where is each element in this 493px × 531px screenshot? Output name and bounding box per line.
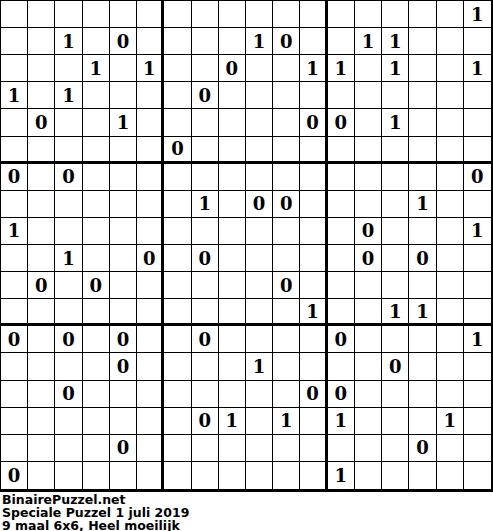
cell-r1c6-empty[interactable] (137, 1, 164, 28)
cell-r16c6-empty[interactable] (137, 408, 164, 435)
cell-r3c7-empty[interactable] (164, 55, 191, 82)
cell-r2c6-empty[interactable] (137, 28, 164, 55)
cell-r9c14-given-0: 0 (355, 218, 382, 245)
cell-r8c10-given-0: 0 (246, 191, 273, 218)
cell-r5c6-empty[interactable] (137, 109, 164, 136)
cell-r14c8-empty[interactable] (192, 353, 219, 380)
cell-r2c4-empty[interactable] (83, 28, 110, 55)
cell-r13c12-empty[interactable] (300, 326, 327, 353)
cell-r5c9-empty[interactable] (219, 109, 246, 136)
cell-r17c2-empty[interactable] (28, 435, 55, 462)
cell-r12c18-empty[interactable] (464, 299, 491, 326)
cell-r3c11-empty[interactable] (273, 55, 300, 82)
cell-r13c6-empty[interactable] (137, 326, 164, 353)
cell-r8c7-empty[interactable] (164, 191, 191, 218)
cell-r4c11-empty[interactable] (273, 82, 300, 109)
cell-r1c3-empty[interactable] (55, 1, 82, 28)
cell-r8c1-empty[interactable] (1, 191, 28, 218)
cell-r5c8-empty[interactable] (192, 109, 219, 136)
cell-r16c13-given-1: 1 (328, 408, 355, 435)
cell-r8c12-empty[interactable] (300, 191, 327, 218)
cell-r7c9-empty[interactable] (219, 164, 246, 191)
cell-r12c3-empty[interactable] (55, 299, 82, 326)
cell-r18c17-empty[interactable] (437, 462, 464, 489)
cell-r1c18-given-1: 1 (464, 1, 491, 28)
cell-r18c16-empty[interactable] (409, 462, 436, 489)
cell-r15c11-empty[interactable] (273, 381, 300, 408)
cell-r8c5-empty[interactable] (110, 191, 137, 218)
cell-r13c7-empty[interactable] (164, 326, 191, 353)
cell-r17c9-empty[interactable] (219, 435, 246, 462)
cell-r4c1-given-1: 1 (1, 82, 28, 109)
cell-r11c1-empty[interactable] (1, 272, 28, 299)
cell-r9c12-empty[interactable] (300, 218, 327, 245)
cell-r6c4-empty[interactable] (83, 137, 110, 164)
cell-r1c7-empty[interactable] (164, 1, 191, 28)
cell-r15c18-empty[interactable] (464, 381, 491, 408)
cell-r11c13-empty[interactable] (328, 272, 355, 299)
cell-r7c15-empty[interactable] (382, 164, 409, 191)
cell-r18c12-empty[interactable] (300, 462, 327, 489)
cell-r17c18-empty[interactable] (464, 435, 491, 462)
cell-r11c7-empty[interactable] (164, 272, 191, 299)
cell-r15c13-given-0: 0 (328, 381, 355, 408)
cell-r10c2-empty[interactable] (28, 245, 55, 272)
cell-r14c15-given-0: 0 (382, 353, 409, 380)
cell-r15c2-empty[interactable] (28, 381, 55, 408)
cell-r7c11-empty[interactable] (273, 164, 300, 191)
cell-r14c1-empty[interactable] (1, 353, 28, 380)
cell-r11c14-empty[interactable] (355, 272, 382, 299)
cell-r10c9-empty[interactable] (219, 245, 246, 272)
cell-r7c4-empty[interactable] (83, 164, 110, 191)
cell-r1c8-empty[interactable] (192, 1, 219, 28)
cell-r11c6-empty[interactable] (137, 272, 164, 299)
cell-r8c9-empty[interactable] (219, 191, 246, 218)
cell-r10c13-empty[interactable] (328, 245, 355, 272)
cell-r7c5-empty[interactable] (110, 164, 137, 191)
cell-r16c10-empty[interactable] (246, 408, 273, 435)
cell-r17c14-empty[interactable] (355, 435, 382, 462)
cell-r14c17-empty[interactable] (437, 353, 464, 380)
cell-r3c14-empty[interactable] (355, 55, 382, 82)
cell-r18c11-empty[interactable] (273, 462, 300, 489)
cell-r2c8-empty[interactable] (192, 28, 219, 55)
cell-r7c6-empty[interactable] (137, 164, 164, 191)
cell-r7c3-given-0: 0 (55, 164, 82, 191)
cell-r12c17-empty[interactable] (437, 299, 464, 326)
cell-r6c7-given-0: 0 (164, 137, 191, 164)
cell-r11c9-empty[interactable] (219, 272, 246, 299)
cell-r8c14-empty[interactable] (355, 191, 382, 218)
cell-r3c3-empty[interactable] (55, 55, 82, 82)
cell-r1c14-empty[interactable] (355, 1, 382, 28)
cell-r18c5-empty[interactable] (110, 462, 137, 489)
cell-r15c16-empty[interactable] (409, 381, 436, 408)
cell-r4c2-empty[interactable] (28, 82, 55, 109)
cell-r4c10-empty[interactable] (246, 82, 273, 109)
cell-r12c8-empty[interactable] (192, 299, 219, 326)
cell-r16c1-empty[interactable] (1, 408, 28, 435)
cell-r1c2-empty[interactable] (28, 1, 55, 28)
cell-r13c4-empty[interactable] (83, 326, 110, 353)
cell-r17c13-empty[interactable] (328, 435, 355, 462)
cell-r7c17-empty[interactable] (437, 164, 464, 191)
cell-r7c7-empty[interactable] (164, 164, 191, 191)
cell-r9c10-empty[interactable] (246, 218, 273, 245)
cell-r6c15-empty[interactable] (382, 137, 409, 164)
cell-r18c14-empty[interactable] (355, 462, 382, 489)
cell-r2c12-empty[interactable] (300, 28, 327, 55)
cell-r7c1-given-0: 0 (1, 164, 28, 191)
cell-r6c12-empty[interactable] (300, 137, 327, 164)
cell-r6c14-empty[interactable] (355, 137, 382, 164)
cell-r9c17-empty[interactable] (437, 218, 464, 245)
cell-r10c4-empty[interactable] (83, 245, 110, 272)
cell-r15c5-empty[interactable] (110, 381, 137, 408)
cell-r4c7-empty[interactable] (164, 82, 191, 109)
cell-r7c10-empty[interactable] (246, 164, 273, 191)
cell-r14c18-empty[interactable] (464, 353, 491, 380)
cell-r6c8-empty[interactable] (192, 137, 219, 164)
cell-r16c7-empty[interactable] (164, 408, 191, 435)
cell-r6c9-empty[interactable] (219, 137, 246, 164)
cell-r16c3-empty[interactable] (55, 408, 82, 435)
cell-r4c5-empty[interactable] (110, 82, 137, 109)
cell-r18c15-empty[interactable] (382, 462, 409, 489)
cell-r1c16-empty[interactable] (409, 1, 436, 28)
cell-r6c3-empty[interactable] (55, 137, 82, 164)
cell-r8c18-empty[interactable] (464, 191, 491, 218)
cell-r4c14-empty[interactable] (355, 82, 382, 109)
cell-r14c3-empty[interactable] (55, 353, 82, 380)
cell-r7c8-empty[interactable] (192, 164, 219, 191)
cell-r14c13-empty[interactable] (328, 353, 355, 380)
cell-r7c13-empty[interactable] (328, 164, 355, 191)
cell-r15c7-empty[interactable] (164, 381, 191, 408)
cell-r13c11-empty[interactable] (273, 326, 300, 353)
cell-r1c11-empty[interactable] (273, 1, 300, 28)
cell-r16c12-empty[interactable] (300, 408, 327, 435)
cell-r4c15-empty[interactable] (382, 82, 409, 109)
cell-r6c11-empty[interactable] (273, 137, 300, 164)
cell-r13c17-empty[interactable] (437, 326, 464, 353)
cell-r18c10-empty[interactable] (246, 462, 273, 489)
cell-r5c1-empty[interactable] (1, 109, 28, 136)
puzzle-difficulty: 9 maal 6x6, Heel moeilijk (2, 519, 493, 531)
cell-r17c3-empty[interactable] (55, 435, 82, 462)
cell-r14c16-empty[interactable] (409, 353, 436, 380)
cell-r5c16-empty[interactable] (409, 109, 436, 136)
cell-r11c3-empty[interactable] (55, 272, 82, 299)
cell-r1c17-empty[interactable] (437, 1, 464, 28)
cell-r17c16-given-0: 0 (409, 435, 436, 462)
cell-r1c9-empty[interactable] (219, 1, 246, 28)
cell-r3c13-given-1: 1 (328, 55, 355, 82)
cell-r4c18-empty[interactable] (464, 82, 491, 109)
cell-r3c9-given-0: 0 (219, 55, 246, 82)
cell-r6c10-empty[interactable] (246, 137, 273, 164)
cell-r15c12-given-0: 0 (300, 381, 327, 408)
cell-r2c16-empty[interactable] (409, 28, 436, 55)
cell-r2c1-empty[interactable] (1, 28, 28, 55)
cell-r5c15-given-1: 1 (382, 109, 409, 136)
cell-r15c8-empty[interactable] (192, 381, 219, 408)
cell-r11c2-given-0: 0 (28, 272, 55, 299)
cell-r17c12-empty[interactable] (300, 435, 327, 462)
cell-r9c4-empty[interactable] (83, 218, 110, 245)
cell-r11c12-empty[interactable] (300, 272, 327, 299)
cell-r10c7-empty[interactable] (164, 245, 191, 272)
cell-r17c10-empty[interactable] (246, 435, 273, 462)
cell-r17c17-empty[interactable] (437, 435, 464, 462)
cell-r3c1-empty[interactable] (1, 55, 28, 82)
cell-r13c15-empty[interactable] (382, 326, 409, 353)
cell-r13c14-empty[interactable] (355, 326, 382, 353)
cell-r8c3-empty[interactable] (55, 191, 82, 218)
cell-r16c16-empty[interactable] (409, 408, 436, 435)
cell-r15c4-empty[interactable] (83, 381, 110, 408)
cell-r16c18-empty[interactable] (464, 408, 491, 435)
cell-r6c1-empty[interactable] (1, 137, 28, 164)
puzzle-grid: 1101011110111111001001000010011011000000… (0, 0, 493, 492)
cell-r9c11-empty[interactable] (273, 218, 300, 245)
cell-r13c2-empty[interactable] (28, 326, 55, 353)
cell-r9c13-empty[interactable] (328, 218, 355, 245)
cell-r18c4-empty[interactable] (83, 462, 110, 489)
cell-r11c10-empty[interactable] (246, 272, 273, 299)
cell-r16c5-empty[interactable] (110, 408, 137, 435)
cell-r15c15-empty[interactable] (382, 381, 409, 408)
cell-r6c6-empty[interactable] (137, 137, 164, 164)
cell-r4c9-empty[interactable] (219, 82, 246, 109)
cell-r12c10-empty[interactable] (246, 299, 273, 326)
cell-r12c5-empty[interactable] (110, 299, 137, 326)
cell-r13c3-given-0: 0 (55, 326, 82, 353)
cell-r12c1-empty[interactable] (1, 299, 28, 326)
cell-r3c5-empty[interactable] (110, 55, 137, 82)
cell-r6c5-empty[interactable] (110, 137, 137, 164)
cell-r3c16-empty[interactable] (409, 55, 436, 82)
cell-r6c18-empty[interactable] (464, 137, 491, 164)
cell-r9c6-empty[interactable] (137, 218, 164, 245)
cell-r12c6-empty[interactable] (137, 299, 164, 326)
cell-r14c7-empty[interactable] (164, 353, 191, 380)
cell-r15c6-empty[interactable] (137, 381, 164, 408)
cell-r2c9-empty[interactable] (219, 28, 246, 55)
cell-r11c16-empty[interactable] (409, 272, 436, 299)
cell-r2c17-empty[interactable] (437, 28, 464, 55)
cell-r12c11-empty[interactable] (273, 299, 300, 326)
cell-r14c14-empty[interactable] (355, 353, 382, 380)
cell-r4c17-empty[interactable] (437, 82, 464, 109)
cell-r3c2-empty[interactable] (28, 55, 55, 82)
cell-r11c18-empty[interactable] (464, 272, 491, 299)
cell-r1c13-empty[interactable] (328, 1, 355, 28)
cell-r13c16-empty[interactable] (409, 326, 436, 353)
cell-r18c18-empty[interactable] (464, 462, 491, 489)
cell-r9c15-empty[interactable] (382, 218, 409, 245)
cell-r13c18-given-1: 1 (464, 326, 491, 353)
cell-r8c16-given-1: 1 (409, 191, 436, 218)
cell-r17c5-given-0: 0 (110, 435, 137, 462)
cell-r2c2-empty[interactable] (28, 28, 55, 55)
cell-r13c10-empty[interactable] (246, 326, 273, 353)
cell-r6c13-empty[interactable] (328, 137, 355, 164)
cell-r14c9-empty[interactable] (219, 353, 246, 380)
cell-r12c4-empty[interactable] (83, 299, 110, 326)
cell-r5c5-given-1: 1 (110, 109, 137, 136)
cell-r5c3-empty[interactable] (55, 109, 82, 136)
cell-r9c3-empty[interactable] (55, 218, 82, 245)
cell-r15c10-empty[interactable] (246, 381, 273, 408)
cell-r9c8-empty[interactable] (192, 218, 219, 245)
cell-r15c9-empty[interactable] (219, 381, 246, 408)
cell-r12c16-given-1: 1 (409, 299, 436, 326)
cell-r15c1-empty[interactable] (1, 381, 28, 408)
cell-r7c16-empty[interactable] (409, 164, 436, 191)
cell-r17c8-empty[interactable] (192, 435, 219, 462)
cell-r15c17-empty[interactable] (437, 381, 464, 408)
cell-r1c4-empty[interactable] (83, 1, 110, 28)
cell-r12c14-empty[interactable] (355, 299, 382, 326)
cell-r6c17-empty[interactable] (437, 137, 464, 164)
cell-r16c15-empty[interactable] (382, 408, 409, 435)
cell-r5c10-empty[interactable] (246, 109, 273, 136)
cell-r12c9-empty[interactable] (219, 299, 246, 326)
cell-r7c18-given-0: 0 (464, 164, 491, 191)
cell-r1c5-empty[interactable] (110, 1, 137, 28)
cell-r16c9-given-1: 1 (219, 408, 246, 435)
cell-r16c17-given-1: 1 (437, 408, 464, 435)
cell-r10c3-given-1: 1 (55, 245, 82, 272)
cell-r1c10-empty[interactable] (246, 1, 273, 28)
cell-r10c12-empty[interactable] (300, 245, 327, 272)
cell-r15c3-given-0: 0 (55, 381, 82, 408)
cell-r2c18-empty[interactable] (464, 28, 491, 55)
cell-r13c9-empty[interactable] (219, 326, 246, 353)
cell-r9c16-empty[interactable] (409, 218, 436, 245)
cell-r4c4-empty[interactable] (83, 82, 110, 109)
cell-r16c14-empty[interactable] (355, 408, 382, 435)
cell-r10c16-given-0: 0 (409, 245, 436, 272)
cell-r11c5-empty[interactable] (110, 272, 137, 299)
cell-r5c12-given-0: 0 (300, 109, 327, 136)
cell-r9c5-empty[interactable] (110, 218, 137, 245)
cell-r10c17-empty[interactable] (437, 245, 464, 272)
cell-r14c10-given-1: 1 (246, 353, 273, 380)
cell-r18c8-empty[interactable] (192, 462, 219, 489)
cell-r15c14-empty[interactable] (355, 381, 382, 408)
cell-r14c4-empty[interactable] (83, 353, 110, 380)
cell-r2c14-given-1: 1 (355, 28, 382, 55)
cell-r2c7-empty[interactable] (164, 28, 191, 55)
cell-r8c13-empty[interactable] (328, 191, 355, 218)
cell-r3c18-given-1: 1 (464, 55, 491, 82)
cell-r12c12-given-1: 1 (300, 299, 327, 326)
cell-r8c6-empty[interactable] (137, 191, 164, 218)
cell-r6c2-empty[interactable] (28, 137, 55, 164)
cell-r18c6-empty[interactable] (137, 462, 164, 489)
cell-r5c4-empty[interactable] (83, 109, 110, 136)
cell-r8c17-empty[interactable] (437, 191, 464, 218)
cell-r16c4-empty[interactable] (83, 408, 110, 435)
cell-r10c10-empty[interactable] (246, 245, 273, 272)
cell-r17c11-empty[interactable] (273, 435, 300, 462)
cell-r14c2-empty[interactable] (28, 353, 55, 380)
cell-r8c15-empty[interactable] (382, 191, 409, 218)
cell-r17c4-empty[interactable] (83, 435, 110, 462)
cell-r2c13-empty[interactable] (328, 28, 355, 55)
cell-r18c9-empty[interactable] (219, 462, 246, 489)
cell-r3c17-empty[interactable] (437, 55, 464, 82)
cell-r12c2-empty[interactable] (28, 299, 55, 326)
cell-r12c13-empty[interactable] (328, 299, 355, 326)
cell-r4c12-empty[interactable] (300, 82, 327, 109)
cell-r7c14-empty[interactable] (355, 164, 382, 191)
cell-r17c15-empty[interactable] (382, 435, 409, 462)
cell-r11c15-empty[interactable] (382, 272, 409, 299)
cell-r14c11-empty[interactable] (273, 353, 300, 380)
cell-r3c8-empty[interactable] (192, 55, 219, 82)
cell-r12c15-given-1: 1 (382, 299, 409, 326)
cell-r10c15-empty[interactable] (382, 245, 409, 272)
cell-r3c15-given-1: 1 (382, 55, 409, 82)
cell-r5c14-empty[interactable] (355, 109, 382, 136)
cell-r7c12-empty[interactable] (300, 164, 327, 191)
cell-r2c5-given-0: 0 (110, 28, 137, 55)
cell-r8c2-empty[interactable] (28, 191, 55, 218)
cell-r1c1-empty[interactable] (1, 1, 28, 28)
cell-r7c2-empty[interactable] (28, 164, 55, 191)
cell-r1c12-empty[interactable] (300, 1, 327, 28)
cell-r9c7-empty[interactable] (164, 218, 191, 245)
cell-r11c17-empty[interactable] (437, 272, 464, 299)
cell-r4c6-empty[interactable] (137, 82, 164, 109)
cell-r17c6-empty[interactable] (137, 435, 164, 462)
cell-r10c11-empty[interactable] (273, 245, 300, 272)
cell-r5c17-empty[interactable] (437, 109, 464, 136)
cell-r10c5-empty[interactable] (110, 245, 137, 272)
cell-r17c7-empty[interactable] (164, 435, 191, 462)
cell-r6c16-empty[interactable] (409, 137, 436, 164)
cell-r10c18-empty[interactable] (464, 245, 491, 272)
cell-r4c16-empty[interactable] (409, 82, 436, 109)
cell-r9c9-empty[interactable] (219, 218, 246, 245)
cell-r14c6-empty[interactable] (137, 353, 164, 380)
cell-r11c8-empty[interactable] (192, 272, 219, 299)
cell-r10c6-given-0: 0 (137, 245, 164, 272)
cell-r10c1-empty[interactable] (1, 245, 28, 272)
cell-r12c7-empty[interactable] (164, 299, 191, 326)
cell-r8c4-empty[interactable] (83, 191, 110, 218)
cell-r18c2-empty[interactable] (28, 462, 55, 489)
cell-r9c2-empty[interactable] (28, 218, 55, 245)
cell-r5c18-empty[interactable] (464, 109, 491, 136)
cell-r18c3-empty[interactable] (55, 462, 82, 489)
cell-r14c12-empty[interactable] (300, 353, 327, 380)
cell-r5c7-empty[interactable] (164, 109, 191, 136)
cell-r18c7-empty[interactable] (164, 462, 191, 489)
cell-r4c3-given-1: 1 (55, 82, 82, 109)
cell-r5c11-empty[interactable] (273, 109, 300, 136)
cell-r16c11-given-1: 1 (273, 408, 300, 435)
cell-r1c15-empty[interactable] (382, 1, 409, 28)
cell-r4c13-empty[interactable] (328, 82, 355, 109)
cell-r17c1-empty[interactable] (1, 435, 28, 462)
cell-r16c2-empty[interactable] (28, 408, 55, 435)
cell-r3c10-empty[interactable] (246, 55, 273, 82)
